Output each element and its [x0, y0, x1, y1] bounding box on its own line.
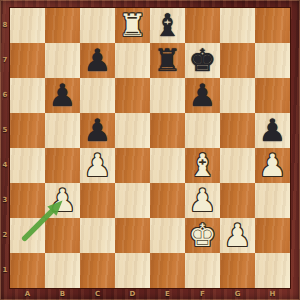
- square-g5[interactable]: [220, 113, 255, 148]
- square-b3[interactable]: ♟: [45, 183, 80, 218]
- square-a3[interactable]: [10, 183, 45, 218]
- square-e2[interactable]: [150, 218, 185, 253]
- file-label-d: D: [115, 291, 150, 298]
- square-g8[interactable]: [220, 8, 255, 43]
- square-f6[interactable]: ♟: [185, 78, 220, 113]
- rank-label-1: 1: [0, 267, 10, 274]
- square-a2[interactable]: [10, 218, 45, 253]
- piece-black-pawn[interactable]: ♟: [84, 113, 112, 148]
- piece-black-pawn[interactable]: ♟: [259, 113, 287, 148]
- rank-label-7: 7: [0, 57, 10, 64]
- square-c3[interactable]: [80, 183, 115, 218]
- piece-white-pawn[interactable]: ♟: [224, 218, 252, 253]
- square-e8[interactable]: ♝: [150, 8, 185, 43]
- square-g1[interactable]: [220, 253, 255, 288]
- square-c7[interactable]: ♟: [80, 43, 115, 78]
- piece-white-king[interactable]: ♚: [189, 218, 217, 253]
- rank-label-2: 2: [0, 232, 10, 239]
- piece-black-bishop[interactable]: ♝: [154, 8, 182, 43]
- square-d3[interactable]: [115, 183, 150, 218]
- square-g4[interactable]: [220, 148, 255, 183]
- square-h1[interactable]: [255, 253, 290, 288]
- rank-label-5: 5: [0, 127, 10, 134]
- rank-label-6: 6: [0, 92, 10, 99]
- square-e5[interactable]: [150, 113, 185, 148]
- square-a8[interactable]: [10, 8, 45, 43]
- square-h4[interactable]: ♟: [255, 148, 290, 183]
- square-a6[interactable]: [10, 78, 45, 113]
- square-e1[interactable]: [150, 253, 185, 288]
- file-label-c: C: [80, 291, 115, 298]
- square-d8[interactable]: ♜: [115, 8, 150, 43]
- square-f8[interactable]: [185, 8, 220, 43]
- square-c8[interactable]: [80, 8, 115, 43]
- square-f5[interactable]: [185, 113, 220, 148]
- piece-white-bishop[interactable]: ♝: [189, 148, 217, 183]
- chess-board: ♜♝♟♜♚♟♟♟♟♟♝♟♟♟♚♟: [10, 8, 290, 288]
- square-f2[interactable]: ♚: [185, 218, 220, 253]
- square-h3[interactable]: [255, 183, 290, 218]
- square-d5[interactable]: [115, 113, 150, 148]
- square-b5[interactable]: [45, 113, 80, 148]
- piece-white-pawn[interactable]: ♟: [49, 183, 77, 218]
- file-label-f: F: [185, 291, 220, 298]
- square-d7[interactable]: [115, 43, 150, 78]
- square-f7[interactable]: ♚: [185, 43, 220, 78]
- square-c6[interactable]: [80, 78, 115, 113]
- square-e7[interactable]: ♜: [150, 43, 185, 78]
- rank-label-4: 4: [0, 162, 10, 169]
- square-b1[interactable]: [45, 253, 80, 288]
- piece-white-pawn[interactable]: ♟: [84, 148, 112, 183]
- file-label-b: B: [45, 291, 80, 298]
- square-a1[interactable]: [10, 253, 45, 288]
- piece-black-pawn[interactable]: ♟: [49, 78, 77, 113]
- square-g3[interactable]: [220, 183, 255, 218]
- square-b4[interactable]: [45, 148, 80, 183]
- rank-label-3: 3: [0, 197, 10, 204]
- square-a5[interactable]: [10, 113, 45, 148]
- file-label-e: E: [150, 291, 185, 298]
- square-d1[interactable]: [115, 253, 150, 288]
- square-b8[interactable]: [45, 8, 80, 43]
- rank-label-8: 8: [0, 22, 10, 29]
- square-f1[interactable]: [185, 253, 220, 288]
- square-h6[interactable]: [255, 78, 290, 113]
- piece-white-rook[interactable]: ♜: [119, 8, 147, 43]
- square-a4[interactable]: [10, 148, 45, 183]
- chess-diagram: ♜♝♟♜♚♟♟♟♟♟♝♟♟♟♚♟ 87654321ABCDEFGH: [0, 0, 300, 300]
- square-c5[interactable]: ♟: [80, 113, 115, 148]
- square-e4[interactable]: [150, 148, 185, 183]
- piece-black-pawn[interactable]: ♟: [189, 78, 217, 113]
- piece-white-pawn[interactable]: ♟: [259, 148, 287, 183]
- square-g7[interactable]: [220, 43, 255, 78]
- square-d4[interactable]: [115, 148, 150, 183]
- file-label-a: A: [10, 291, 45, 298]
- square-h7[interactable]: [255, 43, 290, 78]
- square-e3[interactable]: [150, 183, 185, 218]
- file-label-h: H: [255, 291, 290, 298]
- piece-black-rook[interactable]: ♜: [154, 43, 182, 78]
- square-b7[interactable]: [45, 43, 80, 78]
- square-d6[interactable]: [115, 78, 150, 113]
- square-c2[interactable]: [80, 218, 115, 253]
- square-e6[interactable]: [150, 78, 185, 113]
- square-g2[interactable]: ♟: [220, 218, 255, 253]
- square-f4[interactable]: ♝: [185, 148, 220, 183]
- square-f3[interactable]: ♟: [185, 183, 220, 218]
- square-c4[interactable]: ♟: [80, 148, 115, 183]
- square-g6[interactable]: [220, 78, 255, 113]
- file-label-g: G: [220, 291, 255, 298]
- square-h2[interactable]: [255, 218, 290, 253]
- square-c1[interactable]: [80, 253, 115, 288]
- square-h8[interactable]: [255, 8, 290, 43]
- piece-black-king[interactable]: ♚: [189, 43, 217, 78]
- square-d2[interactable]: [115, 218, 150, 253]
- square-h5[interactable]: ♟: [255, 113, 290, 148]
- piece-white-pawn[interactable]: ♟: [189, 183, 217, 218]
- square-a7[interactable]: [10, 43, 45, 78]
- piece-black-pawn[interactable]: ♟: [84, 43, 112, 78]
- square-b6[interactable]: ♟: [45, 78, 80, 113]
- square-b2[interactable]: [45, 218, 80, 253]
